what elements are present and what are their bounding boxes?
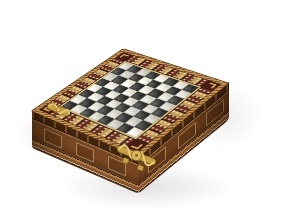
product-photo	[0, 0, 288, 216]
